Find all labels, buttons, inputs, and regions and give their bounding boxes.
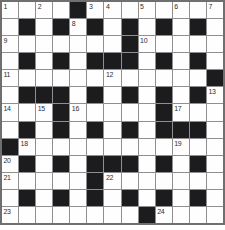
black-cell bbox=[19, 122, 35, 138]
clue-number: 6 bbox=[174, 3, 178, 10]
clue-number: 17 bbox=[174, 105, 181, 112]
black-cell bbox=[156, 53, 172, 69]
clue-number: 18 bbox=[21, 140, 28, 147]
white-cell[interactable] bbox=[70, 190, 86, 206]
white-cell[interactable] bbox=[2, 53, 18, 69]
white-cell[interactable] bbox=[104, 122, 120, 138]
white-cell[interactable] bbox=[122, 173, 138, 189]
white-cell[interactable] bbox=[190, 70, 206, 86]
white-cell[interactable] bbox=[70, 156, 86, 172]
clue-number: 15 bbox=[38, 105, 45, 112]
white-cell[interactable]: 17 bbox=[173, 104, 189, 120]
white-cell[interactable] bbox=[173, 70, 189, 86]
clue-number: 10 bbox=[140, 37, 147, 44]
white-cell[interactable] bbox=[53, 2, 69, 18]
white-cell[interactable] bbox=[104, 87, 120, 103]
white-cell[interactable] bbox=[173, 19, 189, 35]
white-cell[interactable]: 22 bbox=[104, 173, 120, 189]
black-cell bbox=[53, 87, 69, 103]
clue-number: 13 bbox=[208, 88, 215, 95]
white-cell[interactable]: 5 bbox=[139, 2, 155, 18]
black-cell bbox=[122, 53, 138, 69]
black-cell bbox=[19, 156, 35, 172]
white-cell[interactable] bbox=[19, 104, 35, 120]
white-cell[interactable] bbox=[173, 87, 189, 103]
black-cell bbox=[36, 87, 52, 103]
black-cell bbox=[190, 19, 206, 35]
white-cell[interactable] bbox=[139, 173, 155, 189]
white-cell[interactable] bbox=[207, 190, 223, 206]
white-cell[interactable] bbox=[53, 70, 69, 86]
white-cell[interactable] bbox=[36, 122, 52, 138]
white-cell[interactable] bbox=[122, 207, 138, 223]
clue-number: 3 bbox=[89, 3, 93, 10]
clue-number: 16 bbox=[72, 105, 79, 112]
clue-number: 7 bbox=[208, 3, 212, 10]
white-cell[interactable] bbox=[207, 139, 223, 155]
white-cell[interactable] bbox=[207, 207, 223, 223]
white-cell[interactable] bbox=[87, 104, 103, 120]
black-cell bbox=[156, 122, 172, 138]
white-cell[interactable] bbox=[2, 190, 18, 206]
white-cell[interactable] bbox=[139, 190, 155, 206]
white-cell[interactable] bbox=[207, 173, 223, 189]
black-cell bbox=[122, 19, 138, 35]
white-cell[interactable]: 3 bbox=[87, 2, 103, 18]
white-cell[interactable] bbox=[190, 2, 206, 18]
white-cell[interactable] bbox=[36, 36, 52, 52]
white-cell[interactable] bbox=[207, 156, 223, 172]
white-cell[interactable]: 18 bbox=[19, 139, 35, 155]
white-cell[interactable] bbox=[207, 53, 223, 69]
black-cell bbox=[156, 104, 172, 120]
white-cell[interactable] bbox=[156, 139, 172, 155]
black-cell bbox=[87, 156, 103, 172]
black-cell bbox=[122, 36, 138, 52]
black-cell bbox=[104, 156, 120, 172]
black-cell bbox=[87, 190, 103, 206]
black-cell bbox=[70, 2, 86, 18]
crossword-grid: 123456789101112131415161718192021222324 bbox=[0, 0, 225, 225]
white-cell[interactable] bbox=[70, 207, 86, 223]
white-cell[interactable] bbox=[173, 173, 189, 189]
white-cell[interactable] bbox=[139, 122, 155, 138]
white-cell[interactable] bbox=[139, 139, 155, 155]
white-cell[interactable]: 12 bbox=[104, 70, 120, 86]
white-cell[interactable] bbox=[70, 53, 86, 69]
black-cell bbox=[122, 87, 138, 103]
black-cell bbox=[190, 156, 206, 172]
white-cell[interactable] bbox=[53, 139, 69, 155]
black-cell bbox=[53, 53, 69, 69]
black-cell bbox=[2, 139, 18, 155]
white-cell[interactable] bbox=[190, 36, 206, 52]
black-cell bbox=[156, 190, 172, 206]
white-cell[interactable] bbox=[53, 207, 69, 223]
white-cell[interactable] bbox=[104, 36, 120, 52]
black-cell bbox=[122, 156, 138, 172]
white-cell[interactable]: 11 bbox=[2, 70, 18, 86]
clue-number: 19 bbox=[174, 140, 181, 147]
white-cell[interactable] bbox=[173, 53, 189, 69]
white-cell[interactable] bbox=[36, 70, 52, 86]
white-cell[interactable] bbox=[104, 207, 120, 223]
white-cell[interactable] bbox=[122, 104, 138, 120]
white-cell[interactable] bbox=[70, 173, 86, 189]
white-cell[interactable] bbox=[53, 173, 69, 189]
black-cell bbox=[156, 156, 172, 172]
white-cell[interactable] bbox=[104, 104, 120, 120]
white-cell[interactable] bbox=[104, 19, 120, 35]
white-cell[interactable] bbox=[173, 156, 189, 172]
clue-number: 11 bbox=[4, 71, 11, 78]
black-cell bbox=[87, 122, 103, 138]
white-cell[interactable]: 10 bbox=[139, 36, 155, 52]
white-cell[interactable] bbox=[139, 19, 155, 35]
white-cell[interactable] bbox=[139, 87, 155, 103]
black-cell bbox=[53, 156, 69, 172]
white-cell[interactable] bbox=[207, 122, 223, 138]
white-cell[interactable] bbox=[53, 36, 69, 52]
white-cell[interactable] bbox=[156, 70, 172, 86]
white-cell[interactable] bbox=[156, 173, 172, 189]
black-cell bbox=[87, 53, 103, 69]
white-cell[interactable]: 24 bbox=[156, 207, 172, 223]
white-cell[interactable] bbox=[36, 19, 52, 35]
white-cell[interactable] bbox=[190, 104, 206, 120]
white-cell[interactable]: 8 bbox=[70, 19, 86, 35]
white-cell[interactable] bbox=[139, 156, 155, 172]
white-cell[interactable]: 15 bbox=[36, 104, 52, 120]
white-cell[interactable] bbox=[36, 190, 52, 206]
white-cell[interactable] bbox=[70, 36, 86, 52]
clue-number: 23 bbox=[4, 208, 11, 215]
clue-number: 22 bbox=[106, 174, 113, 181]
black-cell bbox=[53, 122, 69, 138]
white-cell[interactable]: 2 bbox=[36, 2, 52, 18]
white-cell[interactable]: 21 bbox=[2, 173, 18, 189]
black-cell bbox=[19, 87, 35, 103]
white-cell[interactable]: 16 bbox=[70, 104, 86, 120]
white-cell[interactable] bbox=[87, 36, 103, 52]
black-cell bbox=[156, 87, 172, 103]
white-cell[interactable] bbox=[87, 139, 103, 155]
white-cell[interactable] bbox=[2, 122, 18, 138]
clue-number: 4 bbox=[106, 3, 110, 10]
clue-number: 1 bbox=[4, 3, 8, 10]
white-cell[interactable] bbox=[173, 207, 189, 223]
white-cell[interactable] bbox=[19, 207, 35, 223]
black-cell bbox=[87, 87, 103, 103]
white-cell[interactable] bbox=[19, 36, 35, 52]
white-cell[interactable]: 7 bbox=[207, 2, 223, 18]
white-cell[interactable] bbox=[104, 190, 120, 206]
white-cell[interactable]: 1 bbox=[2, 2, 18, 18]
clue-number: 8 bbox=[72, 20, 76, 27]
black-cell bbox=[19, 53, 35, 69]
white-cell[interactable] bbox=[156, 36, 172, 52]
white-cell[interactable] bbox=[122, 70, 138, 86]
clue-number: 2 bbox=[38, 3, 42, 10]
white-cell[interactable] bbox=[173, 190, 189, 206]
white-cell[interactable] bbox=[36, 53, 52, 69]
white-cell[interactable] bbox=[122, 139, 138, 155]
clue-number: 14 bbox=[4, 105, 11, 112]
black-cell bbox=[173, 122, 189, 138]
white-cell[interactable] bbox=[173, 36, 189, 52]
white-cell[interactable] bbox=[19, 2, 35, 18]
white-cell[interactable] bbox=[122, 2, 138, 18]
white-cell[interactable] bbox=[36, 173, 52, 189]
white-cell[interactable] bbox=[190, 139, 206, 155]
white-cell[interactable]: 6 bbox=[173, 2, 189, 18]
black-cell bbox=[190, 87, 206, 103]
black-cell bbox=[207, 70, 223, 86]
white-cell[interactable]: 20 bbox=[2, 156, 18, 172]
black-cell bbox=[190, 53, 206, 69]
white-cell[interactable] bbox=[190, 173, 206, 189]
white-cell[interactable] bbox=[36, 139, 52, 155]
black-cell bbox=[87, 19, 103, 35]
white-cell[interactable]: 19 bbox=[173, 139, 189, 155]
white-cell[interactable] bbox=[207, 19, 223, 35]
white-cell[interactable] bbox=[139, 70, 155, 86]
white-cell[interactable]: 13 bbox=[207, 87, 223, 103]
black-cell bbox=[19, 19, 35, 35]
black-cell bbox=[19, 190, 35, 206]
black-cell bbox=[190, 122, 206, 138]
clue-number: 5 bbox=[140, 3, 144, 10]
black-cell bbox=[53, 104, 69, 120]
black-cell bbox=[190, 190, 206, 206]
clue-number: 12 bbox=[106, 71, 113, 78]
white-cell[interactable] bbox=[19, 70, 35, 86]
white-cell[interactable] bbox=[139, 104, 155, 120]
white-cell[interactable] bbox=[87, 70, 103, 86]
white-cell[interactable] bbox=[19, 173, 35, 189]
black-cell bbox=[53, 190, 69, 206]
black-cell bbox=[87, 173, 103, 189]
white-cell[interactable]: 9 bbox=[2, 36, 18, 52]
white-cell[interactable] bbox=[70, 70, 86, 86]
white-cell[interactable] bbox=[156, 2, 172, 18]
white-cell[interactable] bbox=[87, 207, 103, 223]
white-cell[interactable] bbox=[207, 36, 223, 52]
white-cell[interactable] bbox=[70, 122, 86, 138]
black-cell bbox=[53, 19, 69, 35]
black-cell bbox=[122, 190, 138, 206]
black-cell bbox=[156, 19, 172, 35]
white-cell[interactable] bbox=[139, 53, 155, 69]
white-cell[interactable] bbox=[36, 156, 52, 172]
white-cell[interactable] bbox=[70, 139, 86, 155]
white-cell[interactable] bbox=[36, 207, 52, 223]
white-cell[interactable]: 4 bbox=[104, 2, 120, 18]
white-cell[interactable] bbox=[2, 87, 18, 103]
white-cell[interactable]: 23 bbox=[2, 207, 18, 223]
white-cell[interactable] bbox=[70, 87, 86, 103]
black-cell bbox=[104, 53, 120, 69]
clue-number: 9 bbox=[4, 37, 8, 44]
white-cell[interactable] bbox=[104, 139, 120, 155]
clue-number: 20 bbox=[4, 157, 11, 164]
black-cell bbox=[122, 122, 138, 138]
clue-number: 24 bbox=[157, 208, 164, 215]
white-cell[interactable] bbox=[207, 104, 223, 120]
white-cell[interactable]: 14 bbox=[2, 104, 18, 120]
white-cell[interactable] bbox=[190, 207, 206, 223]
black-cell bbox=[139, 207, 155, 223]
white-cell[interactable] bbox=[2, 19, 18, 35]
crossword-page: 123456789101112131415161718192021222324 bbox=[0, 0, 225, 230]
clue-number: 21 bbox=[4, 174, 11, 181]
